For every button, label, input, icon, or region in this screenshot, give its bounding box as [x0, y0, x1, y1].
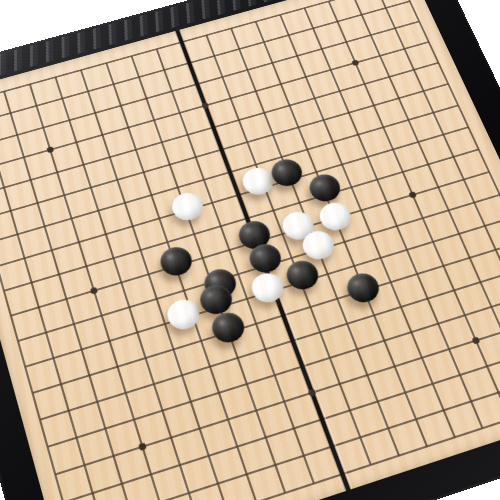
- go-board: [0, 0, 500, 500]
- grid-line-h: [48, 290, 500, 447]
- star-point: [471, 336, 480, 344]
- go-grid: [0, 0, 500, 500]
- grid-line-h: [63, 340, 500, 500]
- photo-background: [0, 0, 500, 500]
- star-point: [90, 287, 99, 295]
- board-surface[interactable]: [0, 0, 500, 500]
- grid-line-v: [353, 0, 500, 410]
- star-point: [408, 191, 417, 198]
- star-point: [351, 59, 359, 66]
- grid-line-h: [0, 127, 468, 266]
- grid-line-h: [4, 149, 479, 290]
- star-point: [46, 146, 54, 153]
- star-point: [138, 442, 147, 451]
- grid-line-h: [0, 42, 429, 172]
